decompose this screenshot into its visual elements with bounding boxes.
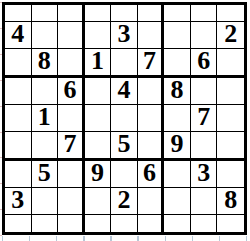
cell-r5c3[interactable] bbox=[58, 105, 85, 132]
cell-r1c8[interactable] bbox=[191, 5, 218, 22]
cell-r3c2[interactable]: 8 bbox=[32, 49, 59, 78]
cell-r9c9[interactable] bbox=[217, 215, 244, 232]
cell-r3c4[interactable]: 1 bbox=[85, 49, 112, 78]
cell-r6c5[interactable]: 5 bbox=[111, 132, 138, 161]
spreadsheet-gridline-ticks-bottom bbox=[2, 236, 248, 241]
cell-r6c6[interactable] bbox=[138, 132, 165, 161]
given-digit-r2c1: 4 bbox=[11, 21, 24, 47]
cell-r2c6[interactable] bbox=[138, 22, 165, 49]
cell-r9c5[interactable] bbox=[111, 215, 138, 232]
cell-r8c4[interactable] bbox=[85, 188, 112, 215]
cell-r2c1[interactable]: 4 bbox=[5, 22, 32, 49]
cell-r2c3[interactable] bbox=[58, 22, 85, 49]
cell-r5c1[interactable] bbox=[5, 105, 32, 132]
cell-r4c3[interactable]: 6 bbox=[58, 78, 85, 105]
cell-r1c4[interactable] bbox=[85, 5, 112, 22]
given-digit-r4c5: 4 bbox=[117, 77, 130, 103]
cell-r3c3[interactable] bbox=[58, 49, 85, 78]
cell-r1c6[interactable] bbox=[138, 5, 165, 22]
given-digit-r3c8: 6 bbox=[197, 48, 210, 74]
cell-r4c8[interactable] bbox=[191, 78, 218, 105]
cell-r4c7[interactable]: 8 bbox=[164, 78, 191, 105]
cell-r8c7[interactable] bbox=[164, 188, 191, 215]
cell-r4c1[interactable] bbox=[5, 78, 32, 105]
cell-r4c5[interactable]: 4 bbox=[111, 78, 138, 105]
cell-r4c4[interactable] bbox=[85, 78, 112, 105]
cell-r1c7[interactable] bbox=[164, 5, 191, 22]
given-digit-r8c5: 2 bbox=[117, 187, 130, 213]
cell-r4c9[interactable] bbox=[217, 78, 244, 105]
cell-r2c2[interactable] bbox=[32, 22, 59, 49]
cell-r9c1[interactable] bbox=[5, 215, 32, 232]
given-digit-r3c4: 1 bbox=[91, 48, 104, 74]
cell-r3c1[interactable] bbox=[5, 49, 32, 78]
cell-r7c5[interactable] bbox=[111, 161, 138, 188]
cell-r7c2[interactable]: 5 bbox=[32, 161, 59, 188]
given-digit-r6c5: 5 bbox=[117, 131, 130, 157]
cell-r9c3[interactable] bbox=[58, 215, 85, 232]
given-digit-r3c2: 8 bbox=[38, 48, 51, 74]
given-digit-r5c2: 1 bbox=[38, 104, 51, 130]
cell-r2c8[interactable] bbox=[191, 22, 218, 49]
given-digit-r5c8: 7 bbox=[197, 104, 210, 130]
given-digit-r8c9: 8 bbox=[224, 187, 237, 213]
given-digit-r7c2: 5 bbox=[38, 160, 51, 186]
sudoku-board: 4328176648177595963328 bbox=[2, 2, 247, 235]
cell-r8c5[interactable]: 2 bbox=[111, 188, 138, 215]
cell-r2c7[interactable] bbox=[164, 22, 191, 49]
cell-r1c2[interactable] bbox=[32, 5, 59, 22]
cell-r4c6[interactable] bbox=[138, 78, 165, 105]
given-digit-r6c3: 7 bbox=[63, 131, 76, 157]
cell-r9c6[interactable] bbox=[138, 215, 165, 232]
cell-r7c9[interactable] bbox=[217, 161, 244, 188]
cell-r6c9[interactable] bbox=[217, 132, 244, 161]
given-digit-r4c7: 8 bbox=[171, 77, 184, 103]
cell-r2c4[interactable] bbox=[85, 22, 112, 49]
cell-r9c7[interactable] bbox=[164, 215, 191, 232]
cell-r5c6[interactable] bbox=[138, 105, 165, 132]
cell-r6c7[interactable]: 9 bbox=[164, 132, 191, 161]
cell-r9c2[interactable] bbox=[32, 215, 59, 232]
cell-r3c6[interactable]: 7 bbox=[138, 49, 165, 78]
cell-r9c8[interactable] bbox=[191, 215, 218, 232]
given-digit-r7c8: 3 bbox=[197, 160, 210, 186]
cell-r5c8[interactable]: 7 bbox=[191, 105, 218, 132]
given-digit-r3c6: 7 bbox=[143, 48, 156, 74]
cell-r6c1[interactable] bbox=[5, 132, 32, 161]
cell-r7c7[interactable] bbox=[164, 161, 191, 188]
cell-r3c5[interactable] bbox=[111, 49, 138, 78]
cell-r2c5[interactable]: 3 bbox=[111, 22, 138, 49]
cell-r7c8[interactable]: 3 bbox=[191, 161, 218, 188]
cell-r5c4[interactable] bbox=[85, 105, 112, 132]
cell-r7c4[interactable]: 9 bbox=[85, 161, 112, 188]
cell-r5c5[interactable] bbox=[111, 105, 138, 132]
cell-r8c2[interactable] bbox=[32, 188, 59, 215]
cell-r1c3[interactable] bbox=[58, 5, 85, 22]
cell-r8c8[interactable] bbox=[191, 188, 218, 215]
given-digit-r2c9: 2 bbox=[224, 21, 237, 47]
cell-r3c9[interactable] bbox=[217, 49, 244, 78]
cell-r7c1[interactable] bbox=[5, 161, 32, 188]
cell-r8c6[interactable] bbox=[138, 188, 165, 215]
sudoku-page: 4328176648177595963328 bbox=[0, 0, 250, 241]
cell-r5c2[interactable]: 1 bbox=[32, 105, 59, 132]
given-digit-r6c7: 9 bbox=[171, 131, 184, 157]
cell-r6c8[interactable] bbox=[191, 132, 218, 161]
cell-r5c7[interactable] bbox=[164, 105, 191, 132]
cell-r4c2[interactable] bbox=[32, 78, 59, 105]
cell-r8c3[interactable] bbox=[58, 188, 85, 215]
given-digit-r7c4: 9 bbox=[91, 160, 104, 186]
cell-r7c6[interactable]: 6 bbox=[138, 161, 165, 188]
cell-r2c9[interactable]: 2 bbox=[217, 22, 244, 49]
given-digit-r7c6: 6 bbox=[143, 160, 156, 186]
cell-r5c9[interactable] bbox=[217, 105, 244, 132]
cell-r6c2[interactable] bbox=[32, 132, 59, 161]
cell-r9c4[interactable] bbox=[85, 215, 112, 232]
cell-r8c9[interactable]: 8 bbox=[217, 188, 244, 215]
given-digit-r2c5: 3 bbox=[117, 21, 130, 47]
cell-r6c4[interactable] bbox=[85, 132, 112, 161]
given-digit-r4c3: 6 bbox=[63, 77, 76, 103]
cell-r8c1[interactable]: 3 bbox=[5, 188, 32, 215]
cell-r6c3[interactable]: 7 bbox=[58, 132, 85, 161]
cell-r3c7[interactable] bbox=[164, 49, 191, 78]
cell-r7c3[interactable] bbox=[58, 161, 85, 188]
given-digit-r8c1: 3 bbox=[11, 187, 24, 213]
cell-r3c8[interactable]: 6 bbox=[191, 49, 218, 78]
